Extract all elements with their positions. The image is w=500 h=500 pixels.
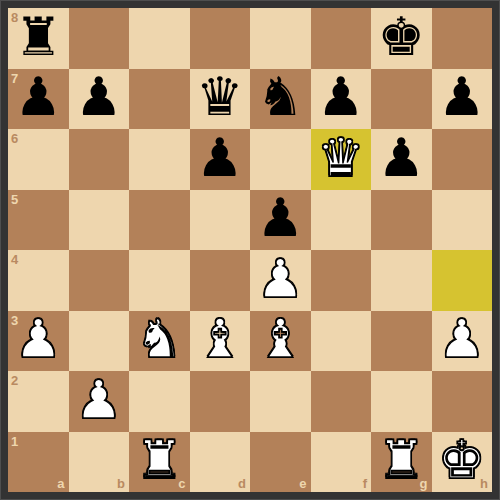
square-e4[interactable]: ♟ xyxy=(250,250,311,311)
square-a8[interactable]: 8♜ xyxy=(8,8,69,69)
square-h8[interactable] xyxy=(432,8,493,69)
chess-board: 8♜♚7♟♟♛♞♟♟6♟♛♟5♟4♟3♟♞♝♝♟2♟1abc♜defg♜h♚ xyxy=(8,8,492,492)
piece-white-rook[interactable]: ♜ xyxy=(377,433,425,486)
square-a3[interactable]: 3♟ xyxy=(8,311,69,372)
piece-black-queen[interactable]: ♛ xyxy=(196,70,244,123)
square-d6[interactable]: ♟ xyxy=(190,129,251,190)
file-label-a: a xyxy=(57,477,64,490)
square-g1[interactable]: g♜ xyxy=(371,432,432,493)
square-h1[interactable]: h♚ xyxy=(432,432,493,493)
piece-white-pawn[interactable]: ♟ xyxy=(14,312,62,365)
rank-label-2: 2 xyxy=(11,374,18,387)
piece-white-bishop[interactable]: ♝ xyxy=(196,312,244,365)
square-c1[interactable]: c♜ xyxy=(129,432,190,493)
square-f5[interactable] xyxy=(311,190,372,251)
square-h7[interactable]: ♟ xyxy=(432,69,493,130)
square-b7[interactable]: ♟ xyxy=(69,69,130,130)
square-e5[interactable]: ♟ xyxy=(250,190,311,251)
square-e3[interactable]: ♝ xyxy=(250,311,311,372)
piece-black-pawn[interactable]: ♟ xyxy=(196,131,244,184)
square-c2[interactable] xyxy=(129,371,190,432)
square-g2[interactable] xyxy=(371,371,432,432)
rank-label-1: 1 xyxy=(11,435,18,448)
square-d3[interactable]: ♝ xyxy=(190,311,251,372)
file-label-b: b xyxy=(117,477,125,490)
square-c8[interactable] xyxy=(129,8,190,69)
square-f8[interactable] xyxy=(311,8,372,69)
square-f1[interactable]: f xyxy=(311,432,372,493)
piece-black-pawn[interactable]: ♟ xyxy=(14,70,62,123)
square-a5[interactable]: 5 xyxy=(8,190,69,251)
square-d4[interactable] xyxy=(190,250,251,311)
rank-label-5: 5 xyxy=(11,193,18,206)
piece-white-knight[interactable]: ♞ xyxy=(135,312,183,365)
piece-white-pawn[interactable]: ♟ xyxy=(256,252,304,305)
piece-black-pawn[interactable]: ♟ xyxy=(75,70,123,123)
file-label-d: d xyxy=(238,477,246,490)
square-g8[interactable]: ♚ xyxy=(371,8,432,69)
piece-black-knight[interactable]: ♞ xyxy=(256,70,304,123)
rank-label-4: 4 xyxy=(11,253,18,266)
square-h5[interactable] xyxy=(432,190,493,251)
square-f6[interactable]: ♛ xyxy=(311,129,372,190)
square-e7[interactable]: ♞ xyxy=(250,69,311,130)
square-d8[interactable] xyxy=(190,8,251,69)
square-a2[interactable]: 2 xyxy=(8,371,69,432)
square-e6[interactable] xyxy=(250,129,311,190)
square-b6[interactable] xyxy=(69,129,130,190)
square-g6[interactable]: ♟ xyxy=(371,129,432,190)
square-b5[interactable] xyxy=(69,190,130,251)
square-c7[interactable] xyxy=(129,69,190,130)
square-f2[interactable] xyxy=(311,371,372,432)
square-a1[interactable]: 1a xyxy=(8,432,69,493)
piece-black-pawn[interactable]: ♟ xyxy=(317,70,365,123)
square-g7[interactable] xyxy=(371,69,432,130)
square-h6[interactable] xyxy=(432,129,493,190)
piece-black-king[interactable]: ♚ xyxy=(377,10,425,63)
square-c5[interactable] xyxy=(129,190,190,251)
piece-white-bishop[interactable]: ♝ xyxy=(256,312,304,365)
piece-black-rook[interactable]: ♜ xyxy=(14,10,62,63)
square-b3[interactable] xyxy=(69,311,130,372)
square-c6[interactable] xyxy=(129,129,190,190)
square-b4[interactable] xyxy=(69,250,130,311)
square-h4[interactable] xyxy=(432,250,493,311)
piece-white-king[interactable]: ♚ xyxy=(438,433,486,486)
piece-black-pawn[interactable]: ♟ xyxy=(256,191,304,244)
piece-white-rook[interactable]: ♜ xyxy=(135,433,183,486)
square-f3[interactable] xyxy=(311,311,372,372)
piece-white-pawn[interactable]: ♟ xyxy=(75,373,123,426)
chess-board-frame: 8♜♚7♟♟♛♞♟♟6♟♛♟5♟4♟3♟♞♝♝♟2♟1abc♜defg♜h♚ xyxy=(0,0,500,500)
square-e8[interactable] xyxy=(250,8,311,69)
file-label-e: e xyxy=(299,477,306,490)
piece-black-pawn[interactable]: ♟ xyxy=(438,70,486,123)
square-f7[interactable]: ♟ xyxy=(311,69,372,130)
square-b2[interactable]: ♟ xyxy=(69,371,130,432)
square-d2[interactable] xyxy=(190,371,251,432)
square-a6[interactable]: 6 xyxy=(8,129,69,190)
piece-white-pawn[interactable]: ♟ xyxy=(438,312,486,365)
square-c3[interactable]: ♞ xyxy=(129,311,190,372)
rank-label-6: 6 xyxy=(11,132,18,145)
square-d7[interactable]: ♛ xyxy=(190,69,251,130)
square-b1[interactable]: b xyxy=(69,432,130,493)
square-g5[interactable] xyxy=(371,190,432,251)
square-d1[interactable]: d xyxy=(190,432,251,493)
square-g3[interactable] xyxy=(371,311,432,372)
piece-white-queen[interactable]: ♛ xyxy=(317,131,365,184)
square-h3[interactable]: ♟ xyxy=(432,311,493,372)
square-a7[interactable]: 7♟ xyxy=(8,69,69,130)
square-a4[interactable]: 4 xyxy=(8,250,69,311)
square-e2[interactable] xyxy=(250,371,311,432)
square-d5[interactable] xyxy=(190,190,251,251)
piece-black-pawn[interactable]: ♟ xyxy=(377,131,425,184)
square-c4[interactable] xyxy=(129,250,190,311)
square-e1[interactable]: e xyxy=(250,432,311,493)
square-b8[interactable] xyxy=(69,8,130,69)
square-g4[interactable] xyxy=(371,250,432,311)
file-label-f: f xyxy=(363,477,367,490)
square-h2[interactable] xyxy=(432,371,493,432)
square-f4[interactable] xyxy=(311,250,372,311)
